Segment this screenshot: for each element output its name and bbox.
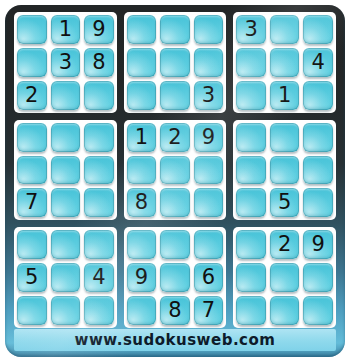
cell-r5c6[interactable] xyxy=(194,156,224,185)
cell-r9c8[interactable] xyxy=(270,296,300,325)
cell-r6c6[interactable] xyxy=(194,188,224,217)
cell-r1c2[interactable]: 1 xyxy=(51,15,81,44)
cell-r7c4[interactable] xyxy=(127,230,157,259)
cell-r2c9[interactable]: 4 xyxy=(303,48,333,77)
cell-r1c1[interactable] xyxy=(17,15,47,44)
board-frame: 19382334171298554968729 www.sudokusweb.c… xyxy=(5,5,345,357)
cell-r9c5[interactable]: 8 xyxy=(160,296,190,325)
cell-r4c8[interactable] xyxy=(270,123,300,152)
cell-r7c3[interactable] xyxy=(84,230,114,259)
cell-r7c2[interactable] xyxy=(51,230,81,259)
cell-r3c2[interactable] xyxy=(51,81,81,110)
cell-r7c1[interactable] xyxy=(17,230,47,259)
cell-r5c8[interactable] xyxy=(270,156,300,185)
cell-r4c4[interactable]: 1 xyxy=(127,123,157,152)
box-9: 29 xyxy=(233,227,336,328)
cell-r1c5[interactable] xyxy=(160,15,190,44)
cell-r1c9[interactable] xyxy=(303,15,333,44)
cell-r4c6[interactable]: 9 xyxy=(194,123,224,152)
box-5: 1298 xyxy=(124,120,227,221)
cell-r2c2[interactable]: 3 xyxy=(51,48,81,77)
cell-r6c3[interactable] xyxy=(84,188,114,217)
box-6: 5 xyxy=(233,120,336,221)
cell-r5c4[interactable] xyxy=(127,156,157,185)
cell-r1c8[interactable] xyxy=(270,15,300,44)
cell-r8c1[interactable]: 5 xyxy=(17,263,47,292)
cell-r6c2[interactable] xyxy=(51,188,81,217)
cell-r9c9[interactable] xyxy=(303,296,333,325)
cell-r8c4[interactable]: 9 xyxy=(127,263,157,292)
cell-r8c2[interactable] xyxy=(51,263,81,292)
cell-r3c3[interactable] xyxy=(84,81,114,110)
cell-r2c8[interactable] xyxy=(270,48,300,77)
cell-r3c1[interactable]: 2 xyxy=(17,81,47,110)
cell-r2c3[interactable]: 8 xyxy=(84,48,114,77)
cell-r7c7[interactable] xyxy=(236,230,266,259)
cell-r8c9[interactable] xyxy=(303,263,333,292)
cell-r5c9[interactable] xyxy=(303,156,333,185)
box-4: 7 xyxy=(14,120,117,221)
cell-r7c6[interactable] xyxy=(194,230,224,259)
cell-r4c3[interactable] xyxy=(84,123,114,152)
cell-r8c8[interactable] xyxy=(270,263,300,292)
cell-r2c1[interactable] xyxy=(17,48,47,77)
cell-r7c8[interactable]: 2 xyxy=(270,230,300,259)
cell-r3c5[interactable] xyxy=(160,81,190,110)
cell-r9c2[interactable] xyxy=(51,296,81,325)
cell-r7c5[interactable] xyxy=(160,230,190,259)
cell-r3c7[interactable] xyxy=(236,81,266,110)
cell-r6c7[interactable] xyxy=(236,188,266,217)
cell-r4c9[interactable] xyxy=(303,123,333,152)
cell-r9c4[interactable] xyxy=(127,296,157,325)
cell-r2c7[interactable] xyxy=(236,48,266,77)
cell-r3c4[interactable] xyxy=(127,81,157,110)
box-8: 9687 xyxy=(124,227,227,328)
cell-r8c3[interactable]: 4 xyxy=(84,263,114,292)
cell-r9c6[interactable]: 7 xyxy=(194,296,224,325)
cell-r1c4[interactable] xyxy=(127,15,157,44)
cell-r8c7[interactable] xyxy=(236,263,266,292)
cell-r6c9[interactable] xyxy=(303,188,333,217)
cell-r2c5[interactable] xyxy=(160,48,190,77)
box-1: 19382 xyxy=(14,12,117,113)
cell-r7c9[interactable]: 9 xyxy=(303,230,333,259)
cell-r8c5[interactable] xyxy=(160,263,190,292)
site-link[interactable]: www.sudokusweb.com xyxy=(75,331,276,349)
sudoku-page: 19382334171298554968729 www.sudokusweb.c… xyxy=(0,0,350,360)
cell-r9c3[interactable] xyxy=(84,296,114,325)
cell-r9c1[interactable] xyxy=(17,296,47,325)
cell-r4c1[interactable] xyxy=(17,123,47,152)
cell-r3c8[interactable]: 1 xyxy=(270,81,300,110)
box-2: 3 xyxy=(124,12,227,113)
cell-r9c7[interactable] xyxy=(236,296,266,325)
cell-r6c5[interactable] xyxy=(160,188,190,217)
cell-r2c6[interactable] xyxy=(194,48,224,77)
cell-r1c7[interactable]: 3 xyxy=(236,15,266,44)
cell-r5c5[interactable] xyxy=(160,156,190,185)
cell-r6c4[interactable]: 8 xyxy=(127,188,157,217)
cell-r5c3[interactable] xyxy=(84,156,114,185)
sudoku-board: 19382334171298554968729 xyxy=(14,12,336,328)
box-7: 54 xyxy=(14,227,117,328)
cell-r5c1[interactable] xyxy=(17,156,47,185)
cell-r4c2[interactable] xyxy=(51,123,81,152)
site-footer: www.sudokusweb.com xyxy=(14,329,336,351)
cell-r4c7[interactable] xyxy=(236,123,266,152)
cell-r6c8[interactable]: 5 xyxy=(270,188,300,217)
box-3: 341 xyxy=(233,12,336,113)
cell-r8c6[interactable]: 6 xyxy=(194,263,224,292)
cell-r1c3[interactable]: 9 xyxy=(84,15,114,44)
cell-r3c9[interactable] xyxy=(303,81,333,110)
cell-r2c4[interactable] xyxy=(127,48,157,77)
cell-r5c7[interactable] xyxy=(236,156,266,185)
cell-r5c2[interactable] xyxy=(51,156,81,185)
cell-r3c6[interactable]: 3 xyxy=(194,81,224,110)
cell-r1c6[interactable] xyxy=(194,15,224,44)
cell-r6c1[interactable]: 7 xyxy=(17,188,47,217)
cell-r4c5[interactable]: 2 xyxy=(160,123,190,152)
